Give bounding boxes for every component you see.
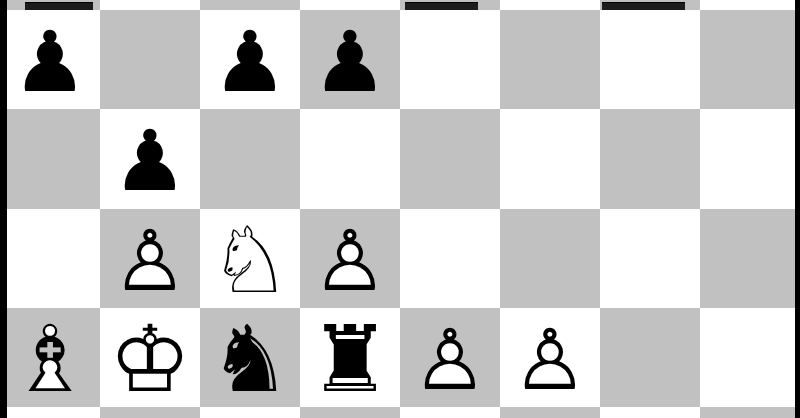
- square-b6[interactable]: [100, 10, 200, 109]
- square-h2[interactable]: [700, 407, 800, 418]
- cut-off-black-piece-base: [405, 2, 478, 10]
- square-f5[interactable]: [500, 109, 600, 209]
- square-g2[interactable]: [600, 407, 700, 418]
- chess-board: ♟♟♟♟♟♙♞♘♟♙♝♗♚♔♞♜♟♙♟♙: [0, 0, 800, 418]
- square-h5[interactable]: [700, 109, 800, 209]
- square-c2[interactable]: [200, 407, 300, 418]
- square-g3[interactable]: [600, 308, 700, 407]
- white-pawn-fill: ♟: [500, 308, 600, 407]
- square-g5[interactable]: [600, 109, 700, 209]
- square-h3[interactable]: [700, 308, 800, 407]
- white-pawn-fill: ♟: [400, 308, 500, 407]
- square-a5[interactable]: [0, 109, 100, 209]
- square-c6[interactable]: ♟: [200, 10, 300, 109]
- white-pawn: ♙: [100, 209, 200, 308]
- cut-off-black-piece-base: [25, 2, 93, 10]
- square-h7[interactable]: [700, 0, 800, 10]
- black-pawn: ♟: [300, 10, 400, 109]
- white-pawn: ♙: [400, 308, 500, 407]
- square-d2[interactable]: [300, 407, 400, 418]
- square-c7[interactable]: [200, 0, 300, 10]
- square-h4[interactable]: [700, 209, 800, 308]
- white-king: ♔: [100, 308, 200, 407]
- white-pawn: ♙: [500, 308, 600, 407]
- square-f6[interactable]: [500, 10, 600, 109]
- white-knight-fill: ♞: [200, 209, 300, 308]
- square-d3[interactable]: ♜: [300, 308, 400, 407]
- square-h6[interactable]: [700, 10, 800, 109]
- square-e4[interactable]: [400, 209, 500, 308]
- square-a3[interactable]: ♝♗: [0, 308, 100, 407]
- square-e7[interactable]: [400, 0, 500, 10]
- square-f4[interactable]: [500, 209, 600, 308]
- board-left-border: [0, 0, 7, 418]
- square-b5[interactable]: ♟: [100, 109, 200, 209]
- square-e6[interactable]: [400, 10, 500, 109]
- square-e3[interactable]: ♟♙: [400, 308, 500, 407]
- cut-off-black-piece-base: [602, 2, 685, 10]
- black-knight: ♞: [200, 308, 300, 407]
- square-d7[interactable]: [300, 0, 400, 10]
- square-g6[interactable]: [600, 10, 700, 109]
- black-rook: ♜: [300, 308, 400, 407]
- square-e5[interactable]: [400, 109, 500, 209]
- square-c4[interactable]: ♞♘: [200, 209, 300, 308]
- square-b2[interactable]: [100, 407, 200, 418]
- square-c5[interactable]: [200, 109, 300, 209]
- black-pawn: ♟: [200, 10, 300, 109]
- board-right-border: [795, 0, 800, 418]
- square-d6[interactable]: ♟: [300, 10, 400, 109]
- black-pawn: ♟: [100, 109, 200, 209]
- square-e2[interactable]: [400, 407, 500, 418]
- square-f3[interactable]: ♟♙: [500, 308, 600, 407]
- square-g4[interactable]: [600, 209, 700, 308]
- white-pawn-fill: ♟: [300, 209, 400, 308]
- square-f7[interactable]: [500, 0, 600, 10]
- square-c3[interactable]: ♞: [200, 308, 300, 407]
- square-d4[interactable]: ♟♙: [300, 209, 400, 308]
- square-g7[interactable]: [600, 0, 700, 10]
- black-pawn: ♟: [0, 10, 100, 109]
- white-bishop-fill: ♝: [0, 308, 100, 407]
- square-b3[interactable]: ♚♔: [100, 308, 200, 407]
- square-b4[interactable]: ♟♙: [100, 209, 200, 308]
- square-a6[interactable]: ♟: [0, 10, 100, 109]
- square-b7[interactable]: [100, 0, 200, 10]
- square-d5[interactable]: [300, 109, 400, 209]
- square-f2[interactable]: [500, 407, 600, 418]
- white-pawn: ♙: [300, 209, 400, 308]
- white-pawn-fill: ♟: [100, 209, 200, 308]
- white-bishop: ♗: [0, 308, 100, 407]
- white-king-fill: ♚: [100, 308, 200, 407]
- square-a7[interactable]: [0, 0, 100, 10]
- white-knight: ♘: [200, 209, 300, 308]
- square-a2[interactable]: [0, 407, 100, 418]
- chess-diagram: ♟♟♟♟♟♙♞♘♟♙♝♗♚♔♞♜♟♙♟♙: [0, 0, 800, 418]
- square-a4[interactable]: [0, 209, 100, 308]
